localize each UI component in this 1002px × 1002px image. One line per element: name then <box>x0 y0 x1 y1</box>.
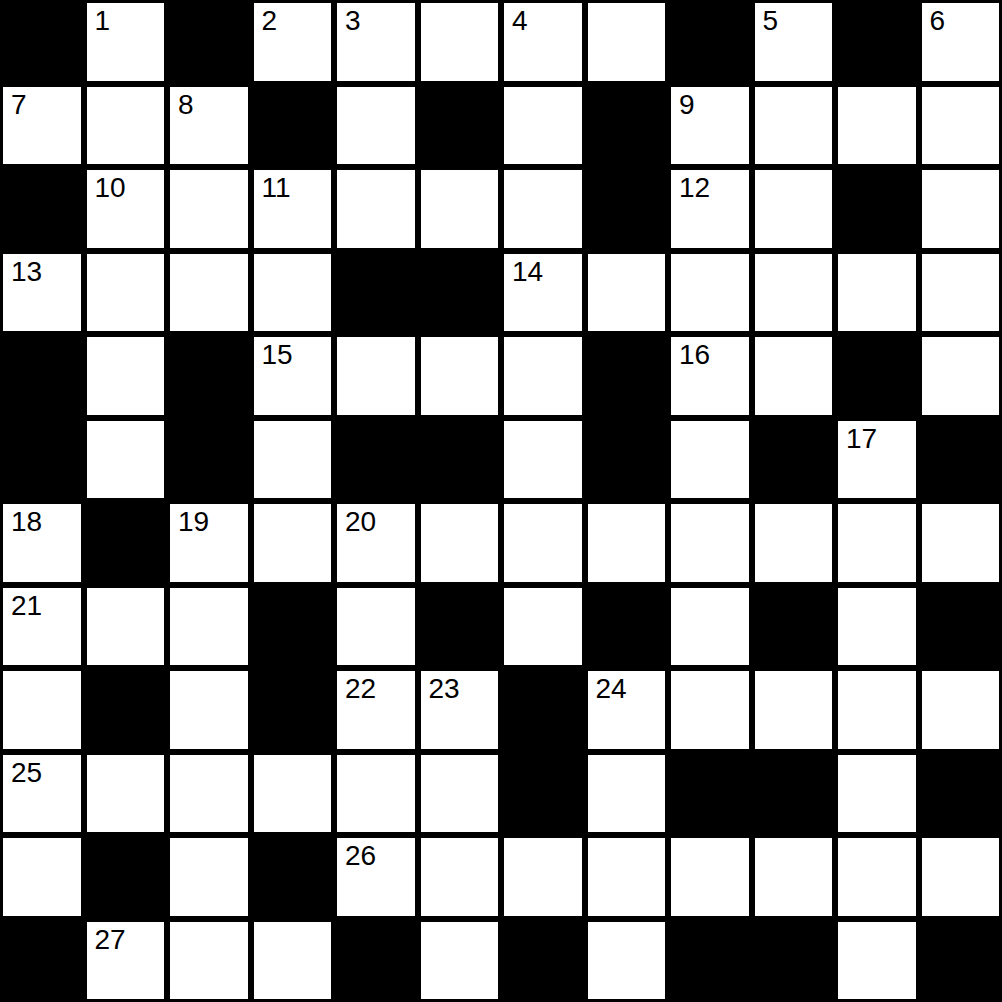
white-cell-r7c4[interactable] <box>334 585 418 669</box>
white-cell-r4c9[interactable] <box>752 334 836 418</box>
white-cell-r3c6[interactable]: 14 <box>501 251 585 335</box>
white-cell-r3c2[interactable] <box>167 251 251 335</box>
clue-number-23: 23 <box>429 675 460 703</box>
white-cell-r11c7[interactable] <box>585 919 669 1002</box>
white-cell-r2c3[interactable]: 11 <box>251 167 335 251</box>
white-cell-r10c2[interactable] <box>167 835 251 919</box>
white-cell-r3c8[interactable] <box>668 251 752 335</box>
white-cell-r10c5[interactable] <box>418 835 502 919</box>
block-cell-r1c3 <box>251 84 335 168</box>
block-cell-r0c8 <box>668 0 752 84</box>
white-cell-r5c3[interactable] <box>251 418 335 502</box>
white-cell-r9c3[interactable] <box>251 752 335 836</box>
clue-number-10: 10 <box>95 174 126 202</box>
white-cell-r0c3[interactable]: 2 <box>251 0 335 84</box>
clue-number-12: 12 <box>679 174 710 202</box>
white-cell-r6c10[interactable] <box>835 501 919 585</box>
block-cell-r8c6 <box>501 668 585 752</box>
white-cell-r9c2[interactable] <box>167 752 251 836</box>
block-cell-r4c0 <box>0 334 84 418</box>
clue-number-27: 27 <box>95 926 126 954</box>
white-cell-r11c3[interactable] <box>251 919 335 1002</box>
white-cell-r7c0[interactable]: 21 <box>0 585 84 669</box>
clue-number-14: 14 <box>512 258 543 286</box>
clue-number-5: 5 <box>763 7 779 35</box>
clue-number-11: 11 <box>262 174 291 202</box>
clue-number-8: 8 <box>178 91 194 119</box>
white-cell-r10c8[interactable] <box>668 835 752 919</box>
block-cell-r11c4 <box>334 919 418 1002</box>
white-cell-r10c11[interactable] <box>919 835 1002 919</box>
white-cell-r8c0[interactable] <box>0 668 84 752</box>
block-cell-r8c1 <box>84 668 168 752</box>
white-cell-r1c4[interactable] <box>334 84 418 168</box>
block-cell-r1c5 <box>418 84 502 168</box>
white-cell-r8c7[interactable]: 24 <box>585 668 669 752</box>
white-cell-r10c4[interactable]: 26 <box>334 835 418 919</box>
block-cell-r4c10 <box>835 334 919 418</box>
white-cell-r9c10[interactable] <box>835 752 919 836</box>
white-cell-r1c9[interactable] <box>752 84 836 168</box>
block-cell-r5c7 <box>585 418 669 502</box>
white-cell-r2c4[interactable] <box>334 167 418 251</box>
block-cell-r5c2 <box>167 418 251 502</box>
clue-number-4: 4 <box>512 7 528 35</box>
white-cell-r10c7[interactable] <box>585 835 669 919</box>
clue-number-22: 22 <box>345 675 376 703</box>
white-cell-r0c1[interactable]: 1 <box>84 0 168 84</box>
white-cell-r3c7[interactable] <box>585 251 669 335</box>
white-cell-r0c5[interactable] <box>418 0 502 84</box>
clue-number-25: 25 <box>11 759 42 787</box>
white-cell-r7c6[interactable] <box>501 585 585 669</box>
white-cell-r6c2[interactable]: 19 <box>167 501 251 585</box>
white-cell-r4c5[interactable] <box>418 334 502 418</box>
block-cell-r4c2 <box>167 334 251 418</box>
clue-number-26: 26 <box>345 842 376 870</box>
white-cell-r5c1[interactable] <box>84 418 168 502</box>
white-cell-r1c11[interactable] <box>919 84 1002 168</box>
white-cell-r7c2[interactable] <box>167 585 251 669</box>
block-cell-r3c4 <box>334 251 418 335</box>
clue-number-3: 3 <box>345 7 361 35</box>
block-cell-r10c3 <box>251 835 335 919</box>
white-cell-r11c10[interactable] <box>835 919 919 1002</box>
block-cell-r10c1 <box>84 835 168 919</box>
white-cell-r4c8[interactable]: 16 <box>668 334 752 418</box>
white-cell-r6c11[interactable] <box>919 501 1002 585</box>
clue-number-24: 24 <box>596 675 627 703</box>
white-cell-r6c0[interactable]: 18 <box>0 501 84 585</box>
white-cell-r8c9[interactable] <box>752 668 836 752</box>
white-cell-r0c11[interactable]: 6 <box>919 0 1002 84</box>
white-cell-r7c8[interactable] <box>668 585 752 669</box>
block-cell-r0c0 <box>0 0 84 84</box>
white-cell-r6c8[interactable] <box>668 501 752 585</box>
block-cell-r7c5 <box>418 585 502 669</box>
clue-number-6: 6 <box>930 7 946 35</box>
white-cell-r6c3[interactable] <box>251 501 335 585</box>
block-cell-r11c0 <box>0 919 84 1002</box>
white-cell-r8c8[interactable] <box>668 668 752 752</box>
white-cell-r1c1[interactable] <box>84 84 168 168</box>
white-cell-r2c11[interactable] <box>919 167 1002 251</box>
white-cell-r9c0[interactable]: 25 <box>0 752 84 836</box>
white-cell-r11c5[interactable] <box>418 919 502 1002</box>
clue-number-16: 16 <box>679 341 710 369</box>
white-cell-r7c10[interactable] <box>835 585 919 669</box>
block-cell-r11c8 <box>668 919 752 1002</box>
white-cell-r8c10[interactable] <box>835 668 919 752</box>
clue-number-17: 17 <box>846 425 877 453</box>
white-cell-r11c2[interactable] <box>167 919 251 1002</box>
white-cell-r10c10[interactable] <box>835 835 919 919</box>
block-cell-r5c5 <box>418 418 502 502</box>
block-cell-r8c3 <box>251 668 335 752</box>
block-cell-r7c9 <box>752 585 836 669</box>
block-cell-r7c7 <box>585 585 669 669</box>
clue-number-2: 2 <box>262 7 278 35</box>
white-cell-r6c6[interactable] <box>501 501 585 585</box>
clue-number-1: 1 <box>95 7 111 35</box>
white-cell-r4c11[interactable] <box>919 334 1002 418</box>
white-cell-r3c1[interactable] <box>84 251 168 335</box>
white-cell-r10c0[interactable] <box>0 835 84 919</box>
white-cell-r4c4[interactable] <box>334 334 418 418</box>
white-cell-r1c6[interactable] <box>501 84 585 168</box>
white-cell-r9c5[interactable] <box>418 752 502 836</box>
block-cell-r11c9 <box>752 919 836 1002</box>
white-cell-r1c0[interactable]: 7 <box>0 84 84 168</box>
white-cell-r5c10[interactable]: 17 <box>835 418 919 502</box>
white-cell-r8c11[interactable] <box>919 668 1002 752</box>
block-cell-r1c7 <box>585 84 669 168</box>
white-cell-r3c9[interactable] <box>752 251 836 335</box>
white-cell-r8c2[interactable] <box>167 668 251 752</box>
white-cell-r1c10[interactable] <box>835 84 919 168</box>
white-cell-r2c6[interactable] <box>501 167 585 251</box>
block-cell-r2c0 <box>0 167 84 251</box>
white-cell-r2c8[interactable]: 12 <box>668 167 752 251</box>
clue-number-19: 19 <box>178 508 209 536</box>
clue-number-18: 18 <box>11 508 42 536</box>
crossword-board: 1234567891011121314151617181920212223242… <box>0 0 1002 1002</box>
white-cell-r8c4[interactable]: 22 <box>334 668 418 752</box>
block-cell-r4c7 <box>585 334 669 418</box>
white-cell-r9c1[interactable] <box>84 752 168 836</box>
white-cell-r6c7[interactable] <box>585 501 669 585</box>
block-cell-r9c8 <box>668 752 752 836</box>
white-cell-r0c7[interactable] <box>585 0 669 84</box>
block-cell-r7c3 <box>251 585 335 669</box>
white-cell-r2c5[interactable] <box>418 167 502 251</box>
white-cell-r0c4[interactable]: 3 <box>334 0 418 84</box>
white-cell-r10c9[interactable] <box>752 835 836 919</box>
block-cell-r7c11 <box>919 585 1002 669</box>
white-cell-r9c4[interactable] <box>334 752 418 836</box>
white-cell-r9c7[interactable] <box>585 752 669 836</box>
block-cell-r9c6 <box>501 752 585 836</box>
white-cell-r6c4[interactable]: 20 <box>334 501 418 585</box>
white-cell-r4c1[interactable] <box>84 334 168 418</box>
white-cell-r0c6[interactable]: 4 <box>501 0 585 84</box>
block-cell-r5c0 <box>0 418 84 502</box>
block-cell-r11c11 <box>919 919 1002 1002</box>
white-cell-r1c8[interactable]: 9 <box>668 84 752 168</box>
white-cell-r2c2[interactable] <box>167 167 251 251</box>
clue-number-7: 7 <box>11 91 27 119</box>
clue-number-13: 13 <box>11 258 42 286</box>
block-cell-r0c2 <box>167 0 251 84</box>
white-cell-r7c1[interactable] <box>84 585 168 669</box>
white-cell-r1c2[interactable]: 8 <box>167 84 251 168</box>
white-cell-r6c9[interactable] <box>752 501 836 585</box>
white-cell-r2c1[interactable]: 10 <box>84 167 168 251</box>
white-cell-r5c6[interactable] <box>501 418 585 502</box>
clue-number-15: 15 <box>262 341 293 369</box>
white-cell-r11c1[interactable]: 27 <box>84 919 168 1002</box>
clue-number-21: 21 <box>11 592 42 620</box>
white-cell-r3c0[interactable]: 13 <box>0 251 84 335</box>
white-cell-r5c8[interactable] <box>668 418 752 502</box>
white-cell-r4c6[interactable] <box>501 334 585 418</box>
clue-number-9: 9 <box>679 91 695 119</box>
clue-number-20: 20 <box>345 508 376 536</box>
white-cell-r0c9[interactable]: 5 <box>752 0 836 84</box>
block-cell-r11c6 <box>501 919 585 1002</box>
white-cell-r3c3[interactable] <box>251 251 335 335</box>
white-cell-r8c5[interactable]: 23 <box>418 668 502 752</box>
block-cell-r5c4 <box>334 418 418 502</box>
block-cell-r5c11 <box>919 418 1002 502</box>
block-cell-r9c9 <box>752 752 836 836</box>
white-cell-r2c9[interactable] <box>752 167 836 251</box>
block-cell-r0c10 <box>835 0 919 84</box>
white-cell-r6c5[interactable] <box>418 501 502 585</box>
white-cell-r4c3[interactable]: 15 <box>251 334 335 418</box>
block-cell-r2c10 <box>835 167 919 251</box>
white-cell-r3c11[interactable] <box>919 251 1002 335</box>
block-cell-r6c1 <box>84 501 168 585</box>
white-cell-r10c6[interactable] <box>501 835 585 919</box>
white-cell-r3c10[interactable] <box>835 251 919 335</box>
block-cell-r5c9 <box>752 418 836 502</box>
block-cell-r3c5 <box>418 251 502 335</box>
block-cell-r9c11 <box>919 752 1002 836</box>
block-cell-r2c7 <box>585 167 669 251</box>
